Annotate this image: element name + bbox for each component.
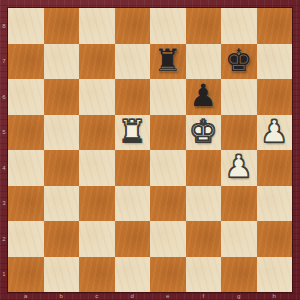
square-e2[interactable] <box>150 221 186 257</box>
square-c1[interactable] <box>79 257 115 293</box>
square-b6[interactable] <box>44 79 80 115</box>
file-label-g: g <box>221 292 257 300</box>
square-h5[interactable]: ♟ <box>257 115 293 151</box>
rank-label-4: 4 <box>0 150 8 186</box>
file-label-f: f <box>186 292 222 300</box>
square-h4[interactable] <box>257 150 293 186</box>
square-a5[interactable] <box>8 115 44 151</box>
square-c8[interactable] <box>79 8 115 44</box>
square-g7[interactable]: ♚ <box>221 44 257 80</box>
file-label-e: e <box>150 292 186 300</box>
file-label-c: c <box>79 292 115 300</box>
white-pawn[interactable]: ♟ <box>260 116 288 147</box>
square-d2[interactable] <box>115 221 151 257</box>
square-c3[interactable] <box>79 186 115 222</box>
rank-label-8: 8 <box>0 8 8 44</box>
square-c5[interactable] <box>79 115 115 151</box>
rank-label-1: 1 <box>0 257 8 293</box>
square-g2[interactable] <box>221 221 257 257</box>
file-label-b: b <box>44 292 80 300</box>
square-f7[interactable] <box>186 44 222 80</box>
square-f4[interactable] <box>186 150 222 186</box>
rank-label-6: 6 <box>0 79 8 115</box>
square-e5[interactable] <box>150 115 186 151</box>
square-d8[interactable] <box>115 8 151 44</box>
square-b7[interactable] <box>44 44 80 80</box>
square-a8[interactable] <box>8 8 44 44</box>
square-f1[interactable] <box>186 257 222 293</box>
square-f8[interactable] <box>186 8 222 44</box>
square-h2[interactable] <box>257 221 293 257</box>
square-e8[interactable] <box>150 8 186 44</box>
square-a3[interactable] <box>8 186 44 222</box>
square-d6[interactable] <box>115 79 151 115</box>
square-e3[interactable] <box>150 186 186 222</box>
square-b4[interactable] <box>44 150 80 186</box>
rank-label-2: 2 <box>0 221 8 257</box>
square-g4[interactable]: ♟ <box>221 150 257 186</box>
square-g8[interactable] <box>221 8 257 44</box>
square-a2[interactable] <box>8 221 44 257</box>
square-b8[interactable] <box>44 8 80 44</box>
square-b1[interactable] <box>44 257 80 293</box>
square-f6[interactable]: ♟ <box>186 79 222 115</box>
square-h3[interactable] <box>257 186 293 222</box>
square-c2[interactable] <box>79 221 115 257</box>
square-f3[interactable] <box>186 186 222 222</box>
square-f2[interactable] <box>186 221 222 257</box>
square-d1[interactable] <box>115 257 151 293</box>
square-e1[interactable] <box>150 257 186 293</box>
square-g3[interactable] <box>221 186 257 222</box>
square-f5[interactable]: ♚ <box>186 115 222 151</box>
square-h6[interactable] <box>257 79 293 115</box>
white-pawn[interactable]: ♟ <box>225 151 253 182</box>
white-king[interactable]: ♚ <box>189 116 217 147</box>
square-d7[interactable] <box>115 44 151 80</box>
square-c4[interactable] <box>79 150 115 186</box>
rank-label-3: 3 <box>0 186 8 222</box>
rank-label-5: 5 <box>0 115 8 151</box>
square-a6[interactable] <box>8 79 44 115</box>
square-b3[interactable] <box>44 186 80 222</box>
board-squares: ♜♚♟♜♚♟♟ <box>8 8 292 292</box>
square-h7[interactable] <box>257 44 293 80</box>
square-d3[interactable] <box>115 186 151 222</box>
square-h1[interactable] <box>257 257 293 293</box>
square-a1[interactable] <box>8 257 44 293</box>
square-e7[interactable]: ♜ <box>150 44 186 80</box>
square-b5[interactable] <box>44 115 80 151</box>
square-a4[interactable] <box>8 150 44 186</box>
file-label-d: d <box>115 292 151 300</box>
square-g1[interactable] <box>221 257 257 293</box>
square-c6[interactable] <box>79 79 115 115</box>
rank-label-7: 7 <box>0 44 8 80</box>
black-king[interactable]: ♚ <box>225 45 253 76</box>
square-h8[interactable] <box>257 8 293 44</box>
square-d4[interactable] <box>115 150 151 186</box>
white-rook[interactable]: ♜ <box>118 116 146 147</box>
square-g6[interactable] <box>221 79 257 115</box>
square-d5[interactable]: ♜ <box>115 115 151 151</box>
file-label-h: h <box>257 292 293 300</box>
square-e6[interactable] <box>150 79 186 115</box>
square-b2[interactable] <box>44 221 80 257</box>
square-a7[interactable] <box>8 44 44 80</box>
square-e4[interactable] <box>150 150 186 186</box>
black-rook[interactable]: ♜ <box>154 45 182 76</box>
chess-board: ♜♚♟♜♚♟♟ 87654321abcdefgh <box>0 0 300 300</box>
square-g5[interactable] <box>221 115 257 151</box>
file-label-a: a <box>8 292 44 300</box>
black-pawn[interactable]: ♟ <box>189 80 217 111</box>
square-c7[interactable] <box>79 44 115 80</box>
